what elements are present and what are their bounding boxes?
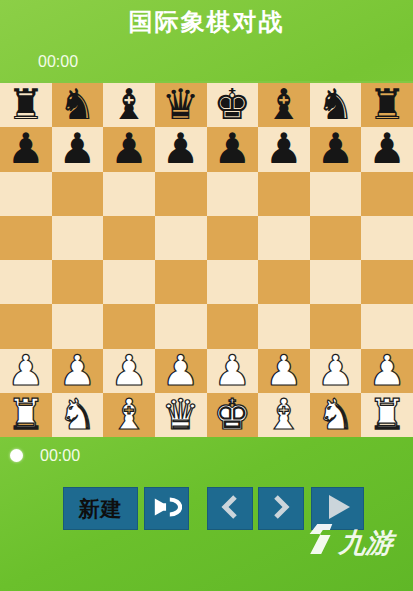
speaker-icon (152, 492, 182, 525)
piece-black-pawn: ♟ (59, 127, 97, 171)
square-e1[interactable]: ♚ (207, 393, 259, 437)
chevron-right-icon (268, 493, 294, 524)
piece-black-pawn: ♟ (368, 127, 406, 171)
piece-black-queen: ♛ (162, 83, 200, 127)
square-g2[interactable]: ♟ (310, 349, 362, 393)
piece-black-bishop: ♝ (110, 83, 148, 127)
piece-white-pawn: ♟ (59, 349, 97, 393)
square-c3[interactable] (103, 304, 155, 348)
square-b5[interactable] (52, 216, 104, 260)
piece-white-rook: ♜ (7, 393, 45, 437)
square-f2[interactable]: ♟ (258, 349, 310, 393)
turn-indicator-dot (10, 449, 23, 462)
square-d5[interactable] (155, 216, 207, 260)
square-a6[interactable] (0, 172, 52, 216)
piece-black-pawn: ♟ (213, 127, 251, 171)
square-c7[interactable]: ♟ (103, 127, 155, 171)
square-b4[interactable] (52, 260, 104, 304)
piece-white-pawn: ♟ (110, 349, 148, 393)
square-b1[interactable]: ♞ (52, 393, 104, 437)
piece-white-knight: ♞ (59, 393, 97, 437)
square-a8[interactable]: ♜ (0, 83, 52, 127)
square-e3[interactable] (207, 304, 259, 348)
piece-black-rook: ♜ (7, 83, 45, 127)
page-title: 国际象棋对战 (0, 6, 413, 38)
piece-white-knight: ♞ (317, 393, 355, 437)
square-a5[interactable] (0, 216, 52, 260)
new-game-button[interactable]: 新建 (63, 487, 138, 530)
square-f6[interactable] (258, 172, 310, 216)
square-f4[interactable] (258, 260, 310, 304)
piece-white-pawn: ♟ (213, 349, 251, 393)
square-a3[interactable] (0, 304, 52, 348)
square-a7[interactable]: ♟ (0, 127, 52, 171)
piece-white-king: ♚ (213, 393, 251, 437)
square-d4[interactable] (155, 260, 207, 304)
square-c5[interactable] (103, 216, 155, 260)
next-move-button[interactable] (258, 487, 304, 530)
black-timer: 00:00 (38, 53, 78, 71)
square-h7[interactable]: ♟ (361, 127, 413, 171)
piece-white-pawn: ♟ (162, 349, 200, 393)
square-d3[interactable] (155, 304, 207, 348)
square-b8[interactable]: ♞ (52, 83, 104, 127)
square-e5[interactable] (207, 216, 259, 260)
square-f3[interactable] (258, 304, 310, 348)
square-h6[interactable] (361, 172, 413, 216)
piece-black-knight: ♞ (317, 83, 355, 127)
piece-white-bishop: ♝ (265, 393, 303, 437)
square-g8[interactable]: ♞ (310, 83, 362, 127)
jiuyou-logo-icon (304, 522, 335, 563)
square-b3[interactable] (52, 304, 104, 348)
square-g3[interactable] (310, 304, 362, 348)
square-c6[interactable] (103, 172, 155, 216)
piece-black-bishop: ♝ (265, 83, 303, 127)
square-e7[interactable]: ♟ (207, 127, 259, 171)
square-d2[interactable]: ♟ (155, 349, 207, 393)
piece-black-pawn: ♟ (110, 127, 148, 171)
square-g6[interactable] (310, 172, 362, 216)
piece-black-pawn: ♟ (162, 127, 200, 171)
square-b7[interactable]: ♟ (52, 127, 104, 171)
square-h3[interactable] (361, 304, 413, 348)
prev-move-button[interactable] (207, 487, 253, 530)
square-b2[interactable]: ♟ (52, 349, 104, 393)
square-f8[interactable]: ♝ (258, 83, 310, 127)
piece-black-pawn: ♟ (265, 127, 303, 171)
piece-black-pawn: ♟ (7, 127, 45, 171)
square-f1[interactable]: ♝ (258, 393, 310, 437)
piece-white-bishop: ♝ (110, 393, 148, 437)
watermark-text: 九游 (338, 525, 395, 561)
square-e8[interactable]: ♚ (207, 83, 259, 127)
square-c2[interactable]: ♟ (103, 349, 155, 393)
square-h2[interactable]: ♟ (361, 349, 413, 393)
piece-white-pawn: ♟ (7, 349, 45, 393)
square-a2[interactable]: ♟ (0, 349, 52, 393)
square-f7[interactable]: ♟ (258, 127, 310, 171)
square-d7[interactable]: ♟ (155, 127, 207, 171)
watermark: 九游 (304, 522, 395, 563)
square-h5[interactable] (361, 216, 413, 260)
chevron-left-icon (217, 493, 243, 524)
square-d1[interactable]: ♛ (155, 393, 207, 437)
square-h8[interactable]: ♜ (361, 83, 413, 127)
white-timer: 00:00 (40, 447, 80, 465)
square-a1[interactable]: ♜ (0, 393, 52, 437)
piece-black-king: ♚ (213, 83, 251, 127)
square-g7[interactable]: ♟ (310, 127, 362, 171)
piece-white-rook: ♜ (368, 393, 406, 437)
chess-board: ♜♞♝♛♚♝♞♜♟♟♟♟♟♟♟♟♟♟♟♟♟♟♟♟♜♞♝♛♚♝♞♜ (0, 83, 413, 437)
square-e6[interactable] (207, 172, 259, 216)
square-c4[interactable] (103, 260, 155, 304)
piece-white-pawn: ♟ (265, 349, 303, 393)
piece-black-rook: ♜ (368, 83, 406, 127)
square-g5[interactable] (310, 216, 362, 260)
square-f5[interactable] (258, 216, 310, 260)
square-d6[interactable] (155, 172, 207, 216)
piece-black-pawn: ♟ (317, 127, 355, 171)
square-h4[interactable] (361, 260, 413, 304)
piece-black-knight: ♞ (59, 83, 97, 127)
sound-button[interactable] (144, 487, 189, 530)
square-h1[interactable]: ♜ (361, 393, 413, 437)
square-d8[interactable]: ♛ (155, 83, 207, 127)
square-e4[interactable] (207, 260, 259, 304)
piece-white-pawn: ♟ (368, 349, 406, 393)
square-b6[interactable] (52, 172, 104, 216)
chess-app-screen: { "game": "chess", "position": { "fen": … (0, 0, 413, 591)
play-icon (323, 492, 353, 525)
square-g4[interactable] (310, 260, 362, 304)
square-e2[interactable]: ♟ (207, 349, 259, 393)
square-c1[interactable]: ♝ (103, 393, 155, 437)
square-g1[interactable]: ♞ (310, 393, 362, 437)
piece-white-queen: ♛ (162, 393, 200, 437)
square-a4[interactable] (0, 260, 52, 304)
piece-white-pawn: ♟ (317, 349, 355, 393)
square-c8[interactable]: ♝ (103, 83, 155, 127)
